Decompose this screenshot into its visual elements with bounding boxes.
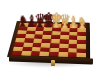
piece-white-pawn: ♟ bbox=[61, 21, 69, 30]
pieces-layer: ♞♝♛♚♚♛♝♞♟♟♟♟♟♟♟♟ bbox=[12, 23, 86, 58]
piece-black-pawn: ♟ bbox=[19, 20, 27, 29]
piece-white-pawn: ♟ bbox=[78, 21, 86, 30]
piece-black-pawn: ♟ bbox=[44, 21, 52, 30]
piece-black-pawn: ♟ bbox=[36, 20, 44, 29]
chess-set-photo: ♞♝♛♚♚♛♝♞♟♟♟♟♟♟♟♟ bbox=[0, 0, 100, 75]
brass-clasp bbox=[51, 60, 55, 66]
chess-board: ♞♝♛♚♚♛♝♞♟♟♟♟♟♟♟♟ bbox=[7, 21, 90, 60]
piece-white-pawn: ♟ bbox=[53, 21, 61, 30]
piece-white-pawn: ♟ bbox=[69, 21, 77, 30]
piece-black-pawn: ♟ bbox=[27, 20, 35, 29]
